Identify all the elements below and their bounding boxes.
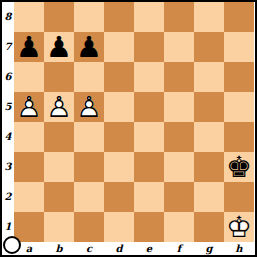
- white-king[interactable]: ♚♔: [224, 212, 254, 242]
- square-d2[interactable]: [104, 182, 134, 212]
- file-label-e: e: [134, 242, 164, 255]
- rank-label-2: 2: [2, 182, 14, 212]
- square-c5[interactable]: ♟♙: [74, 92, 104, 122]
- rank-label-7: 7: [2, 32, 14, 62]
- square-f5[interactable]: [164, 92, 194, 122]
- file-label-f: f: [164, 242, 194, 255]
- square-d7[interactable]: [104, 32, 134, 62]
- rank-labels: 87654321: [2, 2, 14, 242]
- square-d3[interactable]: [104, 152, 134, 182]
- square-d1[interactable]: [104, 212, 134, 242]
- file-label-h: h: [224, 242, 254, 255]
- square-f2[interactable]: [164, 182, 194, 212]
- square-b5[interactable]: ♟♙: [44, 92, 74, 122]
- square-b7[interactable]: ♟: [44, 32, 74, 62]
- square-e2[interactable]: [134, 182, 164, 212]
- square-b4[interactable]: [44, 122, 74, 152]
- black-pawn-glyph: ♟: [14, 32, 44, 62]
- square-d6[interactable]: [104, 62, 134, 92]
- square-a2[interactable]: [14, 182, 44, 212]
- square-e8[interactable]: [134, 2, 164, 32]
- white-pawn-outline: ♙: [74, 92, 104, 122]
- square-a8[interactable]: [14, 2, 44, 32]
- black-pawn-glyph: ♟: [44, 32, 74, 62]
- square-a1[interactable]: [14, 212, 44, 242]
- white-pawn[interactable]: ♟♙: [44, 92, 74, 122]
- square-a3[interactable]: [14, 152, 44, 182]
- white-pawn-outline: ♙: [14, 92, 44, 122]
- square-b1[interactable]: [44, 212, 74, 242]
- square-e1[interactable]: [134, 212, 164, 242]
- square-g3[interactable]: [194, 152, 224, 182]
- square-a6[interactable]: [14, 62, 44, 92]
- square-f8[interactable]: [164, 2, 194, 32]
- square-b2[interactable]: [44, 182, 74, 212]
- square-d8[interactable]: [104, 2, 134, 32]
- white-pawn[interactable]: ♟♙: [74, 92, 104, 122]
- file-label-d: d: [104, 242, 134, 255]
- white-to-move-indicator: [3, 236, 21, 254]
- black-pawn-glyph: ♟: [74, 32, 104, 62]
- square-h8[interactable]: [224, 2, 254, 32]
- square-f7[interactable]: [164, 32, 194, 62]
- black-king-glyph: ♚: [224, 152, 254, 182]
- file-label-c: c: [74, 242, 104, 255]
- chess-diagram: 87654321 ♟♟♟♟♙♟♙♟♙♚♚♔ abcdefgh: [0, 0, 257, 257]
- square-f6[interactable]: [164, 62, 194, 92]
- square-h7[interactable]: [224, 32, 254, 62]
- rank-label-8: 8: [2, 2, 14, 32]
- square-e6[interactable]: [134, 62, 164, 92]
- file-label-g: g: [194, 242, 224, 255]
- board: ♟♟♟♟♙♟♙♟♙♚♚♔: [14, 2, 254, 242]
- square-c7[interactable]: ♟: [74, 32, 104, 62]
- square-b6[interactable]: [44, 62, 74, 92]
- square-h6[interactable]: [224, 62, 254, 92]
- square-b3[interactable]: [44, 152, 74, 182]
- square-d4[interactable]: [104, 122, 134, 152]
- square-e3[interactable]: [134, 152, 164, 182]
- black-pawn[interactable]: ♟: [74, 32, 104, 62]
- white-pawn[interactable]: ♟♙: [14, 92, 44, 122]
- rank-label-6: 6: [2, 62, 14, 92]
- square-f4[interactable]: [164, 122, 194, 152]
- square-f1[interactable]: [164, 212, 194, 242]
- square-g5[interactable]: [194, 92, 224, 122]
- square-c6[interactable]: [74, 62, 104, 92]
- square-e4[interactable]: [134, 122, 164, 152]
- rank-label-3: 3: [2, 152, 14, 182]
- rank-label-4: 4: [2, 122, 14, 152]
- square-c1[interactable]: [74, 212, 104, 242]
- square-h2[interactable]: [224, 182, 254, 212]
- rank-label-5: 5: [2, 92, 14, 122]
- square-a7[interactable]: ♟: [14, 32, 44, 62]
- square-g8[interactable]: [194, 2, 224, 32]
- square-h3[interactable]: ♚: [224, 152, 254, 182]
- black-pawn[interactable]: ♟: [14, 32, 44, 62]
- white-pawn-outline: ♙: [44, 92, 74, 122]
- square-c3[interactable]: [74, 152, 104, 182]
- square-c8[interactable]: [74, 2, 104, 32]
- square-e5[interactable]: [134, 92, 164, 122]
- square-a5[interactable]: ♟♙: [14, 92, 44, 122]
- square-g6[interactable]: [194, 62, 224, 92]
- black-pawn[interactable]: ♟: [44, 32, 74, 62]
- square-b8[interactable]: [44, 2, 74, 32]
- square-g1[interactable]: [194, 212, 224, 242]
- square-c2[interactable]: [74, 182, 104, 212]
- file-labels: abcdefgh: [14, 242, 254, 255]
- black-king[interactable]: ♚: [224, 152, 254, 182]
- square-d5[interactable]: [104, 92, 134, 122]
- square-f3[interactable]: [164, 152, 194, 182]
- square-g2[interactable]: [194, 182, 224, 212]
- white-king-outline: ♔: [224, 212, 254, 242]
- file-label-b: b: [44, 242, 74, 255]
- square-h4[interactable]: [224, 122, 254, 152]
- square-h5[interactable]: [224, 92, 254, 122]
- square-c4[interactable]: [74, 122, 104, 152]
- square-e7[interactable]: [134, 32, 164, 62]
- square-a4[interactable]: [14, 122, 44, 152]
- square-g4[interactable]: [194, 122, 224, 152]
- square-h1[interactable]: ♚♔: [224, 212, 254, 242]
- square-g7[interactable]: [194, 32, 224, 62]
